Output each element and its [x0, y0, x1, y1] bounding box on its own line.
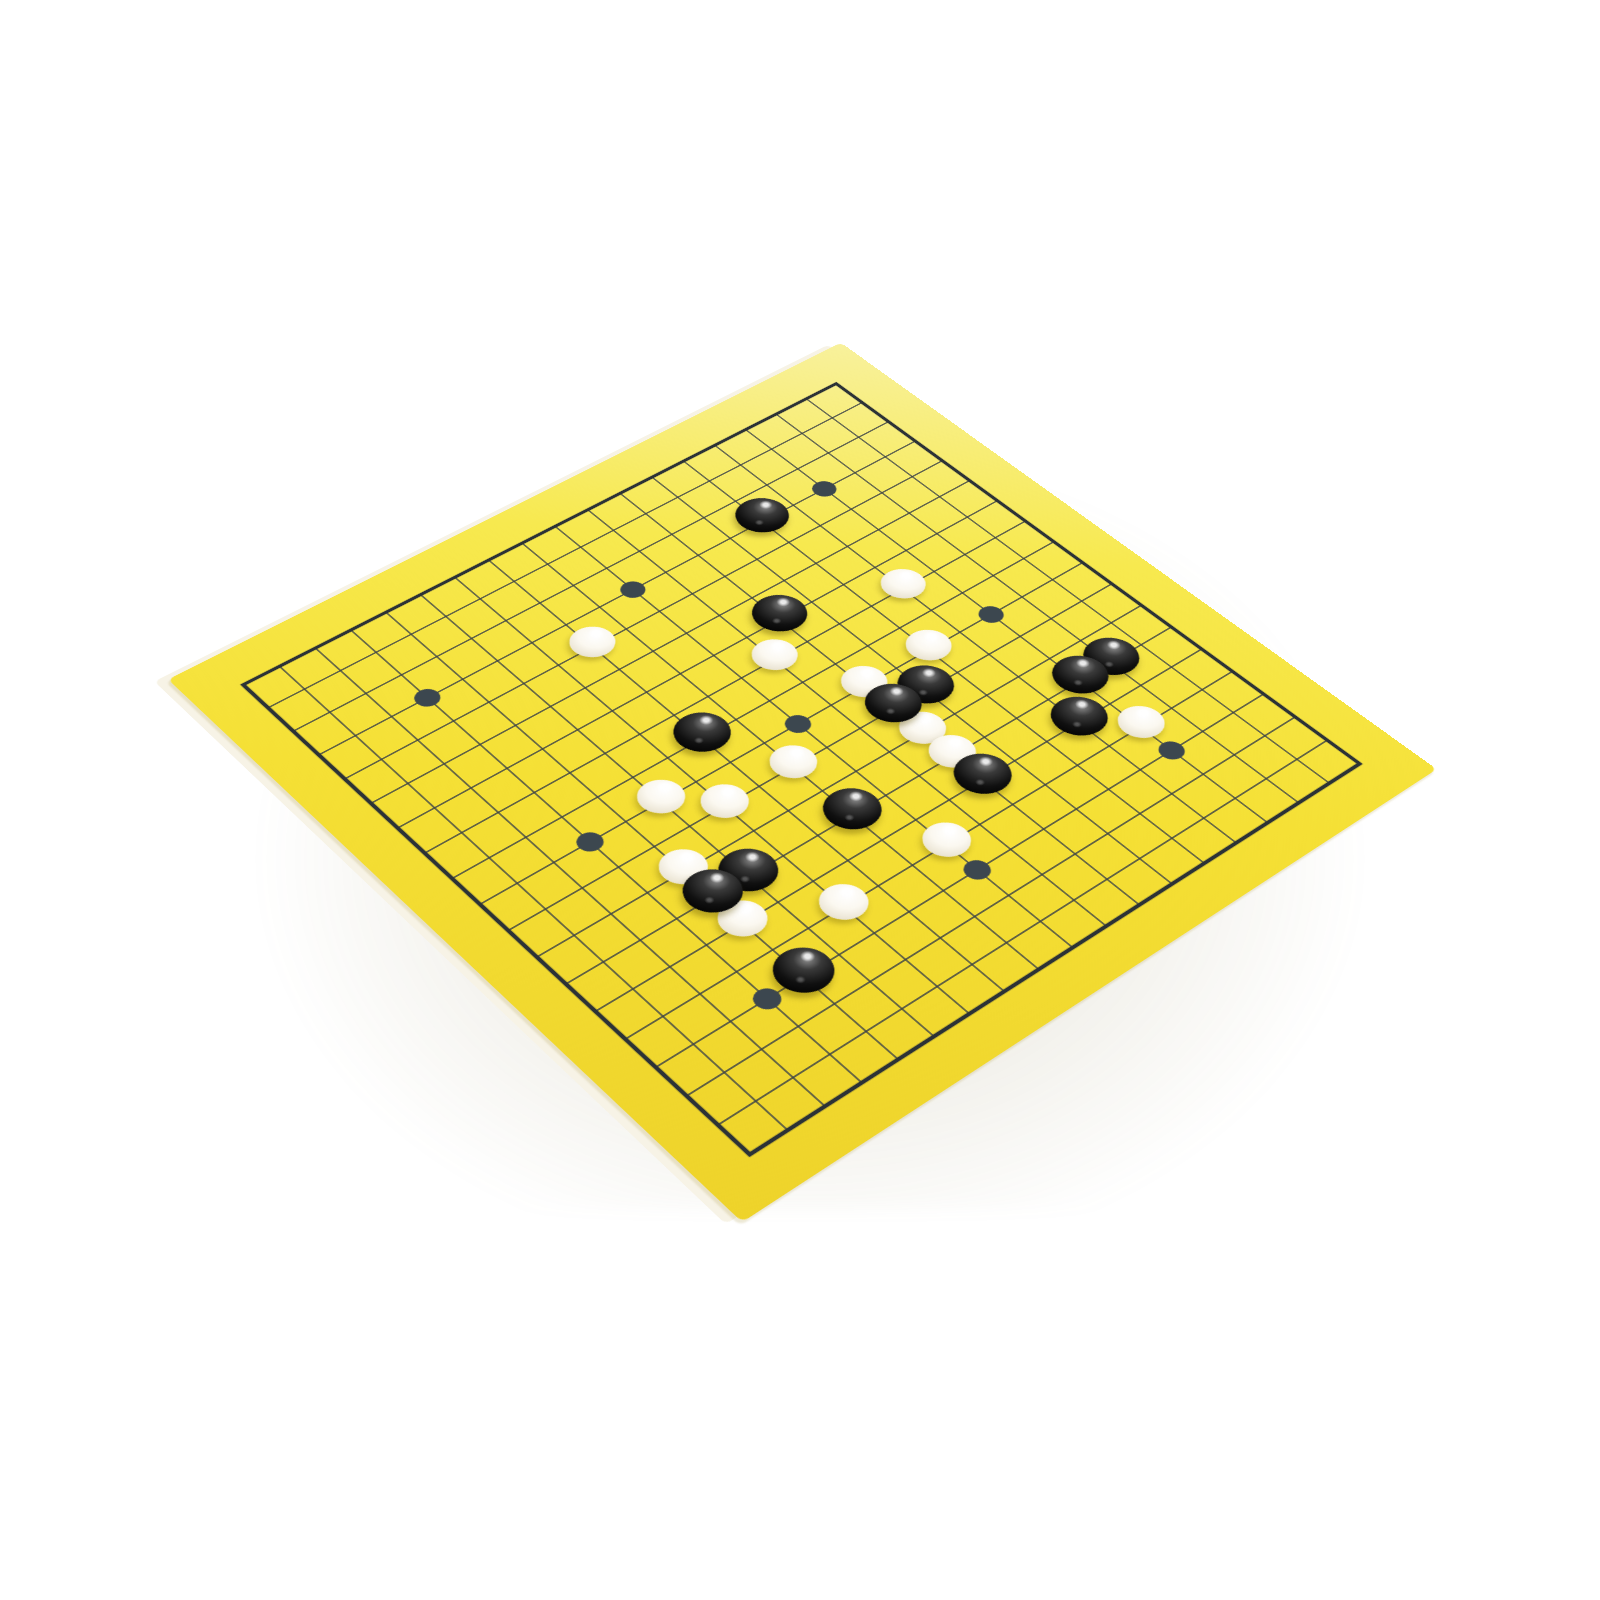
stone-layer — [168, 343, 1437, 1223]
go-board-sheet — [168, 343, 1437, 1223]
go-stone-black — [662, 705, 743, 760]
go-stone-black — [760, 939, 847, 1003]
go-stone-black — [724, 491, 799, 539]
go-stone-black — [811, 780, 894, 838]
go-stone-white — [871, 563, 935, 604]
product-photo-stage — [0, 0, 1600, 1600]
go-stone-white — [912, 816, 981, 864]
go-stone-white — [1108, 700, 1174, 745]
go-stone-white — [560, 620, 625, 663]
go-stone-white — [691, 777, 759, 824]
go-stone-white — [627, 773, 695, 820]
go-stone-white — [809, 877, 879, 927]
go-stone-white — [742, 633, 807, 676]
go-stone-black — [1039, 689, 1119, 743]
go-stone-black — [741, 588, 819, 639]
go-stone-white — [760, 739, 827, 785]
board-scene — [348, 274, 1248, 1174]
go-stone-white — [896, 624, 961, 667]
screenshot-root: { "game": "go", "scene": { "description_… — [0, 0, 1600, 1600]
